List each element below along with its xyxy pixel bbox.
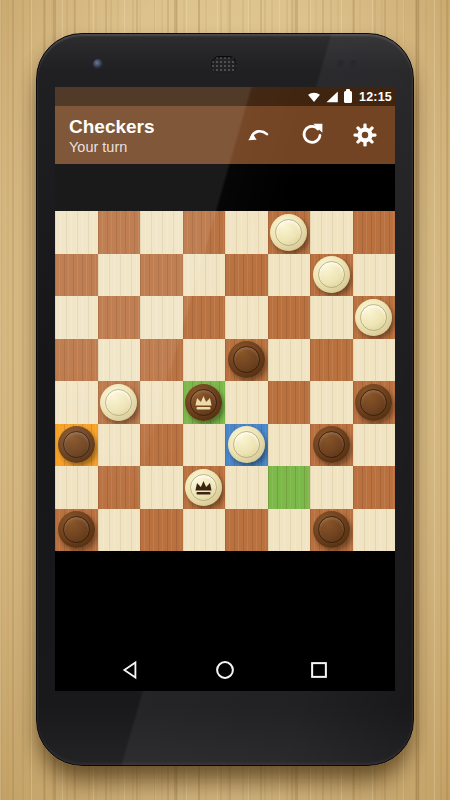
settings-button[interactable] xyxy=(352,123,378,149)
board-cell[interactable] xyxy=(225,296,268,339)
board-cell[interactable] xyxy=(353,254,396,297)
board-cell[interactable] xyxy=(310,296,353,339)
board-cell[interactable] xyxy=(310,339,353,382)
board-cell[interactable] xyxy=(268,211,311,254)
board-cell[interactable] xyxy=(310,254,353,297)
battery-icon xyxy=(344,91,352,103)
proximity-sensor xyxy=(337,60,357,67)
front-camera xyxy=(93,59,103,69)
board-cell[interactable] xyxy=(353,211,396,254)
board-cell[interactable] xyxy=(140,211,183,254)
status-clock: 12:15 xyxy=(359,90,392,104)
home-button[interactable] xyxy=(213,659,237,683)
board-cell[interactable] xyxy=(353,424,396,467)
home-circle-icon xyxy=(214,659,236,684)
piece-white-man[interactable] xyxy=(228,426,265,463)
board-cell[interactable] xyxy=(268,296,311,339)
board-cell[interactable] xyxy=(55,466,98,509)
board-cell[interactable] xyxy=(98,296,141,339)
app-title: Checkers xyxy=(69,117,155,138)
cellular-signal-icon xyxy=(325,91,339,103)
king-crown-icon xyxy=(193,394,214,412)
recents-square-icon xyxy=(308,659,330,684)
back-triangle-icon xyxy=(120,659,142,684)
board-cell-highlighted[interactable] xyxy=(183,381,226,424)
board-cell[interactable] xyxy=(310,424,353,467)
earpiece-speaker xyxy=(211,56,237,73)
board-cell[interactable] xyxy=(183,254,226,297)
back-button[interactable] xyxy=(119,659,143,683)
board-cell[interactable] xyxy=(353,296,396,339)
piece-dark-man[interactable] xyxy=(228,341,265,378)
board-cell[interactable] xyxy=(183,509,226,552)
board-cell[interactable] xyxy=(225,339,268,382)
app-bar: Checkers Your turn xyxy=(55,106,395,164)
undo-button[interactable] xyxy=(246,123,272,149)
board-cell[interactable] xyxy=(55,509,98,552)
board-cell[interactable] xyxy=(140,466,183,509)
app-bar-actions xyxy=(246,121,378,149)
piece-dark-king[interactable] xyxy=(185,384,222,421)
board-cell-highlighted[interactable] xyxy=(55,424,98,467)
piece-white-man[interactable] xyxy=(313,256,350,293)
piece-dark-man[interactable] xyxy=(58,426,95,463)
board-cell[interactable] xyxy=(268,339,311,382)
board-cell[interactable] xyxy=(310,211,353,254)
board-cell[interactable] xyxy=(140,424,183,467)
board-cell[interactable] xyxy=(268,509,311,552)
board-cell[interactable] xyxy=(55,381,98,424)
piece-white-king[interactable] xyxy=(185,469,222,506)
board-cell[interactable] xyxy=(225,509,268,552)
board-cell[interactable] xyxy=(98,211,141,254)
status-bar: 12:15 xyxy=(55,87,395,106)
turn-status-text: Your turn xyxy=(69,139,155,155)
board-cell[interactable] xyxy=(98,381,141,424)
wifi-icon xyxy=(307,91,321,103)
board-cell[interactable] xyxy=(268,381,311,424)
board-cell[interactable] xyxy=(353,339,396,382)
checkers-board xyxy=(55,211,395,551)
board-cell[interactable] xyxy=(55,254,98,297)
board-cell-highlighted[interactable] xyxy=(268,466,311,509)
board-cell[interactable] xyxy=(55,211,98,254)
board-cell[interactable] xyxy=(98,339,141,382)
board-cell[interactable] xyxy=(140,254,183,297)
board-cell[interactable] xyxy=(353,466,396,509)
king-crown-icon xyxy=(193,479,214,497)
piece-white-man[interactable] xyxy=(355,299,392,336)
phone-screen: 12:15 Checkers Your turn xyxy=(55,87,395,691)
board-cell[interactable] xyxy=(183,211,226,254)
piece-dark-man[interactable] xyxy=(313,511,350,548)
board-cell[interactable] xyxy=(183,296,226,339)
board-cell[interactable] xyxy=(183,466,226,509)
wood-background: 12:15 Checkers Your turn xyxy=(0,0,450,800)
refresh-icon xyxy=(299,122,325,151)
board-cell[interactable] xyxy=(225,211,268,254)
board-cell[interactable] xyxy=(225,381,268,424)
board-cell[interactable] xyxy=(98,254,141,297)
board-cell[interactable] xyxy=(140,296,183,339)
board-cell[interactable] xyxy=(140,381,183,424)
board-cell[interactable] xyxy=(140,509,183,552)
board-cell[interactable] xyxy=(225,254,268,297)
board-cell[interactable] xyxy=(140,339,183,382)
board-cell-highlighted[interactable] xyxy=(225,424,268,467)
board-cell[interactable] xyxy=(183,339,226,382)
piece-white-man[interactable] xyxy=(270,214,307,251)
board-cell[interactable] xyxy=(55,339,98,382)
piece-dark-man[interactable] xyxy=(313,426,350,463)
board-cell[interactable] xyxy=(353,381,396,424)
board-cell[interactable] xyxy=(183,424,226,467)
phone-frame: 12:15 Checkers Your turn xyxy=(36,33,414,766)
piece-dark-man[interactable] xyxy=(58,511,95,548)
board-cell[interactable] xyxy=(310,466,353,509)
piece-dark-man[interactable] xyxy=(355,384,392,421)
recents-button[interactable] xyxy=(307,659,331,683)
new-game-button[interactable] xyxy=(299,123,325,149)
piece-white-man[interactable] xyxy=(100,384,137,421)
board-cell[interactable] xyxy=(225,466,268,509)
undo-icon xyxy=(246,122,272,151)
board-cell[interactable] xyxy=(98,509,141,552)
board-cell[interactable] xyxy=(98,424,141,467)
board-cell[interactable] xyxy=(268,254,311,297)
board-cell[interactable] xyxy=(310,381,353,424)
board-cell[interactable] xyxy=(310,509,353,552)
board-cell[interactable] xyxy=(353,509,396,552)
gear-icon xyxy=(352,122,378,151)
board-cell[interactable] xyxy=(98,466,141,509)
app-bar-titles: Checkers Your turn xyxy=(69,115,155,156)
android-nav-bar xyxy=(55,659,395,683)
board-cell[interactable] xyxy=(55,296,98,339)
board-cell[interactable] xyxy=(268,424,311,467)
